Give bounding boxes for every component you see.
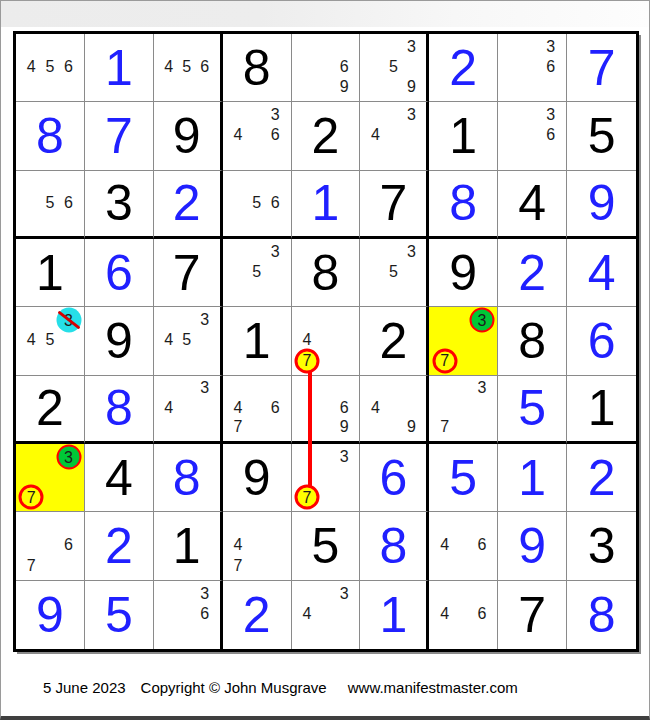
pencil-marks: 36 [498,102,566,169]
solved-digit: 4 [588,248,616,298]
solved-digit: 2 [243,590,271,640]
cell-r5c5[interactable]: 47 [292,307,361,375]
pencil-mark-6: 6 [541,125,560,145]
pencil-marks: 345 [16,307,84,374]
cell-r8c6[interactable]: 8 [360,512,429,580]
cell-r4c8[interactable]: 2 [498,239,567,307]
pencil-marks: 456 [154,34,220,101]
pencil-mark-3: 3 [335,447,354,467]
pencil-mark-4: 4 [366,398,384,417]
pencil-marks: 37 [292,444,360,511]
cell-r3c9[interactable]: 9 [567,171,636,239]
pencil-marks: 35 [223,239,291,306]
cell-r2c6[interactable]: 34 [360,102,429,170]
cell-r5c8[interactable]: 8 [498,307,567,375]
cell-r1c6[interactable]: 359 [360,34,429,102]
chain-line [308,364,312,501]
cell-r4c4[interactable]: 35 [223,239,292,307]
given-digit: 7 [173,248,201,298]
solved-digit: 9 [36,590,64,640]
pencil-mark-4: 4 [160,57,178,77]
pencil-mark-3: 3 [196,310,214,330]
cell-r6c1[interactable]: 2 [16,376,85,444]
sudoku-board: 4561456869359236787934623413655632561784… [13,31,639,652]
pencil-mark-7: 7 [22,556,41,576]
cell-r6c9[interactable]: 1 [567,376,636,444]
footer: 5 June 2023Copyright © John Musgravewww.… [43,678,518,696]
cell-r6c5[interactable]: 69 [292,376,361,444]
cell-r1c2[interactable]: 1 [85,34,154,102]
pencil-mark-5: 5 [247,262,266,282]
cell-r5c2[interactable]: 9 [85,307,154,375]
cell-r9c9[interactable]: 8 [567,581,636,649]
solved-digit: 2 [449,43,477,93]
given-digit: 9 [105,316,133,366]
cell-r5c4[interactable]: 1 [223,307,292,375]
given-digit: 1 [36,248,64,298]
cell-r8c1[interactable]: 67 [16,512,85,580]
solved-digit: 2 [173,178,201,228]
pencil-marks: 35 [360,239,426,306]
cell-r1c5[interactable]: 69 [292,34,361,102]
given-digit: 3 [105,178,133,228]
cell-r3c4[interactable]: 56 [223,171,292,239]
cell-r8c4[interactable]: 47 [223,512,292,580]
cell-r4c1[interactable]: 1 [16,239,85,307]
given-digit: 9 [243,453,271,503]
cell-r1c8[interactable]: 36 [498,34,567,102]
pencil-mark-5: 5 [178,330,196,350]
cell-r5c3[interactable]: 345 [154,307,223,375]
pencil-marks: 36 [154,581,220,649]
pencil-mark-6: 6 [541,57,560,77]
solved-digit: 9 [518,521,546,571]
solved-digit: 5 [449,453,477,503]
pencil-mark-9: 9 [402,77,420,97]
footer-date: 5 June 2023 [43,679,126,696]
pencil-marks: 34 [292,581,360,649]
pencil-mark-7: 7 [229,556,248,576]
cell-r3c5[interactable]: 1 [292,171,361,239]
solved-digit: 8 [449,178,477,228]
cell-r9c2[interactable]: 5 [85,581,154,649]
pencil-marks: 37 [429,376,497,441]
solved-digit: 7 [105,111,133,161]
pencil-marks: 56 [16,171,84,236]
cell-r9c1[interactable]: 9 [16,581,85,649]
pencil-mark-7: 7 [435,418,454,437]
pencil-marks: 56 [223,171,291,236]
cell-r8c8[interactable]: 9 [498,512,567,580]
pencil-marks: 67 [16,512,84,579]
pencil-mark-9: 9 [335,418,354,437]
pencil-mark-4: 4 [229,398,248,417]
title-bar [1,1,649,27]
pencil-mark-6: 6 [59,535,78,555]
given-digit: 4 [518,178,546,228]
cell-r2c8[interactable]: 36 [498,102,567,170]
cell-r8c9[interactable]: 3 [567,512,636,580]
pencil-mark-4: 4 [160,330,178,350]
candidate-circle-circle-green: 3 [56,445,81,470]
pencil-mark-4: 4 [229,535,248,555]
pencil-mark-5: 5 [384,262,402,282]
given-digit: 7 [518,590,546,640]
cell-r5c1[interactable]: 345 [16,307,85,375]
cell-r9c5[interactable]: 34 [292,581,361,649]
pencil-mark-4: 4 [298,604,317,624]
pencil-mark-6: 6 [59,193,78,212]
pencil-mark-6: 6 [196,604,214,624]
solved-digit: 8 [36,111,64,161]
cell-r9c3[interactable]: 36 [154,581,223,649]
given-digit: 3 [588,521,616,571]
cell-r2c4[interactable]: 346 [223,102,292,170]
pencil-mark-4: 4 [22,330,41,350]
cell-r1c9[interactable]: 7 [567,34,636,102]
pencil-mark-3: 3 [59,310,78,330]
pencil-mark-5: 5 [178,57,196,77]
given-digit: 1 [243,316,271,366]
solved-digit: 6 [588,316,616,366]
pencil-mark-6: 6 [266,193,285,212]
pencil-mark-4: 4 [229,125,248,145]
given-digit: 8 [243,43,271,93]
given-digit: 2 [312,111,340,161]
pencil-mark-6: 6 [266,125,285,145]
pencil-mark-6: 6 [335,398,354,417]
solved-digit: 8 [105,383,133,433]
pencil-marks: 456 [16,34,84,101]
cell-r4c3[interactable]: 7 [154,239,223,307]
cell-r7c9[interactable]: 2 [567,444,636,512]
cell-r2c9[interactable]: 5 [567,102,636,170]
pencil-mark-7: 7 [229,418,248,437]
cell-r7c3[interactable]: 8 [154,444,223,512]
pencil-marks: 47 [292,307,360,374]
pencil-mark-3: 3 [402,242,420,262]
pencil-marks: 36 [498,34,566,101]
pencil-mark-3: 3 [196,379,214,398]
pencil-mark-5: 5 [41,193,60,212]
pencil-marks: 46 [429,512,497,579]
pencil-marks: 46 [429,581,497,649]
solved-digit: 6 [379,453,407,503]
given-digit: 5 [588,111,616,161]
pencil-mark-3: 3 [402,37,420,57]
solved-digit: 5 [518,383,546,433]
cell-r5c9[interactable]: 6 [567,307,636,375]
candidate-circle-circle-green: 3 [469,308,494,333]
given-digit: 1 [588,383,616,433]
pencil-mark-3: 3 [196,584,214,604]
given-digit: 2 [379,316,407,366]
cell-r7c5[interactable]: 37 [292,444,361,512]
given-digit: 5 [312,521,340,571]
cell-r1c3[interactable]: 456 [154,34,223,102]
cell-r8c3[interactable]: 1 [154,512,223,580]
cell-r4c7[interactable]: 9 [429,239,498,307]
cell-r7c2[interactable]: 4 [85,444,154,512]
solved-digit: 5 [105,590,133,640]
candidate-circle-circle-yellow: 7 [294,348,319,373]
solved-digit: 9 [588,178,616,228]
cell-r7c1[interactable]: 37 [16,444,85,512]
cell-r2c3[interactable]: 9 [154,102,223,170]
cell-r8c7[interactable]: 46 [429,512,498,580]
solved-digit: 7 [588,43,616,93]
given-digit: 9 [449,248,477,298]
cell-r7c4[interactable]: 9 [223,444,292,512]
given-digit: 1 [173,521,201,571]
given-digit: 7 [379,178,407,228]
pencil-marks: 37 [16,444,84,511]
pencil-mark-3: 3 [402,105,420,125]
cell-r3c6[interactable]: 7 [360,171,429,239]
pencil-mark-3: 3 [473,379,492,398]
cell-r3c8[interactable]: 4 [498,171,567,239]
pencil-mark-9: 9 [335,77,354,97]
pencil-mark-3: 3 [473,310,492,330]
pencil-marks: 345 [154,307,220,374]
pencil-mark-9: 9 [402,418,420,437]
pencil-mark-4: 4 [160,398,178,417]
solved-digit: 6 [105,248,133,298]
cell-r6c8[interactable]: 5 [498,376,567,444]
given-digit: 8 [518,316,546,366]
cell-r8c5[interactable]: 5 [292,512,361,580]
cell-r6c7[interactable]: 37 [429,376,498,444]
cell-r9c4[interactable]: 2 [223,581,292,649]
solved-digit: 2 [518,248,546,298]
cell-r3c2[interactable]: 3 [85,171,154,239]
pencil-marks: 34 [360,102,426,169]
pencil-mark-3: 3 [59,447,78,467]
cell-r2c1[interactable]: 8 [16,102,85,170]
pencil-marks: 47 [223,512,291,579]
pencil-marks: 69 [292,34,360,101]
cell-r5c7[interactable]: 37 [429,307,498,375]
pencil-mark-7: 7 [435,351,454,371]
pencil-mark-3: 3 [335,584,354,604]
cell-r3c7[interactable]: 8 [429,171,498,239]
pencil-marks: 346 [223,102,291,169]
cell-r3c3[interactable]: 2 [154,171,223,239]
solved-digit: 8 [173,453,201,503]
pencil-marks: 34 [154,376,220,441]
pencil-mark-6: 6 [473,604,492,624]
pencil-mark-3: 3 [266,242,285,262]
pencil-mark-7: 7 [298,487,317,507]
solved-digit: 2 [105,521,133,571]
pencil-marks: 467 [223,376,291,441]
candidate-circle-circle-yellow: 7 [294,485,319,510]
pencil-mark-3: 3 [541,37,560,57]
cell-r7c6[interactable]: 6 [360,444,429,512]
cell-r5c6[interactable]: 2 [360,307,429,375]
cell-r4c2[interactable]: 6 [85,239,154,307]
cell-r2c7[interactable]: 1 [429,102,498,170]
pencil-mark-6: 6 [196,57,214,77]
sudoku-page: 4561456869359236787934623413655632561784… [0,0,650,720]
candidate-circle-circle-ring: 7 [432,348,457,373]
pencil-mark-5: 5 [41,330,60,350]
cell-r6c2[interactable]: 8 [85,376,154,444]
given-digit: 8 [312,248,340,298]
pencil-mark-3: 3 [266,105,285,125]
cell-r2c5[interactable]: 2 [292,102,361,170]
footer-copyright: Copyright © John Musgrave [141,679,327,696]
cell-r4c6[interactable]: 35 [360,239,429,307]
solved-digit: 8 [588,590,616,640]
pencil-mark-5: 5 [247,193,266,212]
pencil-mark-5: 5 [384,57,402,77]
cell-r6c6[interactable]: 49 [360,376,429,444]
candidate-circle-cyan-slash: 3 [56,308,81,333]
candidate-circle-circle-ring: 7 [19,485,44,510]
pencil-mark-7: 7 [298,351,317,371]
cell-r1c1[interactable]: 456 [16,34,85,102]
solved-digit: 1 [105,43,133,93]
pencil-mark-6: 6 [266,398,285,417]
solved-digit: 2 [588,453,616,503]
pencil-mark-4: 4 [366,125,384,145]
cell-r1c4[interactable]: 8 [223,34,292,102]
cell-r3c1[interactable]: 56 [16,171,85,239]
solved-digit: 1 [518,453,546,503]
pencil-mark-4: 4 [435,535,454,555]
solved-digit: 1 [379,590,407,640]
cell-r7c7[interactable]: 5 [429,444,498,512]
pencil-mark-5: 5 [41,57,60,77]
pencil-mark-3: 3 [541,105,560,125]
pencil-mark-4: 4 [435,604,454,624]
cell-r1c7[interactable]: 2 [429,34,498,102]
cell-r7c8[interactable]: 1 [498,444,567,512]
cell-r9c6[interactable]: 1 [360,581,429,649]
cell-r6c4[interactable]: 467 [223,376,292,444]
pencil-marks: 49 [360,376,426,441]
given-digit: 4 [105,453,133,503]
pencil-marks: 37 [429,307,497,374]
cell-r4c9[interactable]: 4 [567,239,636,307]
pencil-mark-7: 7 [22,487,41,507]
cell-r4c5[interactable]: 8 [292,239,361,307]
pencil-marks: 359 [360,34,426,101]
solved-digit: 8 [379,521,407,571]
cell-r6c3[interactable]: 34 [154,376,223,444]
cell-r9c7[interactable]: 46 [429,581,498,649]
cell-r2c2[interactable]: 7 [85,102,154,170]
given-digit: 2 [36,383,64,433]
cell-r9c8[interactable]: 7 [498,581,567,649]
footer-website-link[interactable]: www.manifestmaster.com [348,679,518,696]
solved-digit: 1 [312,178,340,228]
cell-r8c2[interactable]: 2 [85,512,154,580]
pencil-marks: 69 [292,376,360,441]
given-digit: 9 [173,111,201,161]
pencil-mark-6: 6 [473,535,492,555]
pencil-mark-6: 6 [59,57,78,77]
pencil-mark-6: 6 [335,57,354,77]
given-digit: 1 [449,111,477,161]
pencil-mark-4: 4 [22,57,41,77]
